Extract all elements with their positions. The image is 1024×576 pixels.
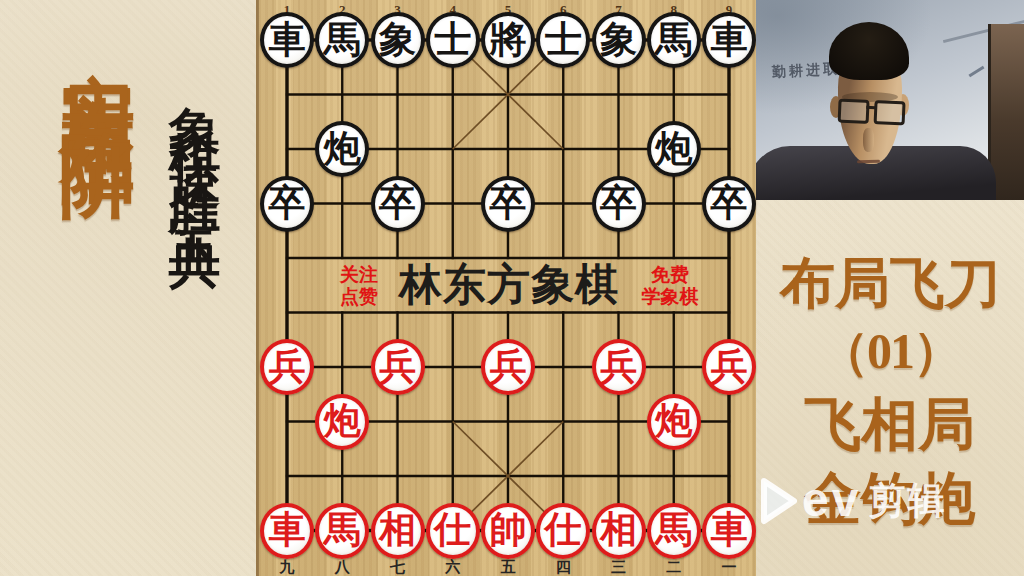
watermark-latin: ev — [802, 472, 861, 527]
file-label-bottom-1: 九 — [280, 558, 295, 576]
piece-bP[interactable]: 卒 — [260, 176, 314, 232]
piece-rR[interactable]: 車 — [702, 503, 756, 559]
piece-rR[interactable]: 車 — [260, 503, 314, 559]
file-label-bottom-3: 七 — [390, 558, 405, 576]
piece-rC[interactable]: 炮 — [647, 394, 701, 450]
piece-bP[interactable]: 卒 — [702, 176, 756, 232]
file-label-bottom-4: 六 — [445, 558, 460, 576]
subtitle: 象棋速胜宝典 — [166, 64, 222, 220]
piece-rN[interactable]: 馬 — [315, 503, 369, 559]
file-label-bottom-7: 三 — [611, 558, 626, 576]
piece-bP[interactable]: 卒 — [592, 176, 646, 232]
piece-bP[interactable]: 卒 — [371, 176, 425, 232]
piece-rB[interactable]: 相 — [592, 503, 646, 559]
piece-bN[interactable]: 馬 — [647, 12, 701, 68]
piece-rB[interactable]: 相 — [371, 503, 425, 559]
play-triangle-icon — [758, 475, 800, 527]
video-thumbnail: 实用布局陷阱 象棋速胜宝典 — [0, 0, 1024, 576]
piece-rC[interactable]: 炮 — [315, 394, 369, 450]
piece-bA[interactable]: 士 — [536, 12, 590, 68]
piece-bR[interactable]: 車 — [260, 12, 314, 68]
piece-bK[interactable]: 將 — [481, 12, 535, 68]
piece-bA[interactable]: 士 — [426, 12, 480, 68]
file-label-bottom-5: 五 — [501, 558, 516, 576]
piece-bC[interactable]: 炮 — [315, 121, 369, 177]
watermark-cjk: 剪辑 — [868, 476, 946, 526]
ev-editor-watermark: ev 剪辑 — [758, 472, 946, 530]
piece-bP[interactable]: 卒 — [481, 176, 535, 232]
piece-bB[interactable]: 象 — [592, 12, 646, 68]
piece-rP[interactable]: 兵 — [371, 339, 425, 395]
piece-rP[interactable]: 兵 — [702, 339, 756, 395]
piece-rP[interactable]: 兵 — [592, 339, 646, 395]
main-title: 实用布局陷阱 — [58, 10, 138, 100]
xiangqi-board[interactable]: 123456789 九八七六五四三二一 关注 点赞 林东方象棋 免费 学象棋 車… — [256, 0, 756, 576]
piece-bC[interactable]: 炮 — [647, 121, 701, 177]
piece-rN[interactable]: 馬 — [647, 503, 701, 559]
piece-rK[interactable]: 帥 — [481, 503, 535, 559]
piece-bR[interactable]: 車 — [702, 12, 756, 68]
piece-rP[interactable]: 兵 — [481, 339, 535, 395]
file-label-bottom-2: 八 — [335, 558, 350, 576]
piece-rA[interactable]: 仕 — [536, 503, 590, 559]
board-pieces: 車馬象士將士象馬車炮炮卒卒卒卒卒兵兵兵兵兵炮炮車馬相仕帥仕相馬車 — [259, 13, 756, 558]
episode-series: 布局飞刀 — [756, 247, 1024, 321]
episode-opening-name: 飞相局 — [756, 387, 1024, 464]
piece-rA[interactable]: 仕 — [426, 503, 480, 559]
piece-bN[interactable]: 馬 — [315, 12, 369, 68]
piece-bB[interactable]: 象 — [371, 12, 425, 68]
file-label-bottom-8: 二 — [666, 558, 681, 576]
episode-number: （01） — [756, 318, 1024, 385]
file-label-bottom-9: 一 — [722, 558, 737, 576]
piece-rP[interactable]: 兵 — [260, 339, 314, 395]
file-label-bottom-6: 四 — [556, 558, 571, 576]
